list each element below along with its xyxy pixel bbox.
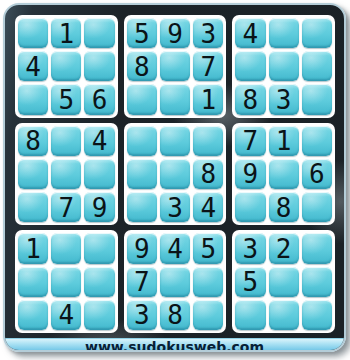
cell-r5c6[interactable]: 8 <box>193 159 223 189</box>
cell-r6c5[interactable]: 3 <box>160 192 190 222</box>
cell-r1c8[interactable] <box>269 18 299 48</box>
cell-r7c9[interactable] <box>302 233 332 263</box>
cell-r7c8[interactable]: 2 <box>269 233 299 263</box>
cell-r6c8[interactable]: 8 <box>269 192 299 222</box>
cell-r3c7[interactable]: 8 <box>235 84 265 114</box>
cell-r4c3[interactable]: 4 <box>84 126 114 156</box>
cell-r5c1[interactable] <box>18 159 48 189</box>
cell-r6c2[interactable]: 7 <box>51 192 81 222</box>
cell-r8c6[interactable] <box>193 267 223 297</box>
cell-r1c4[interactable]: 5 <box>127 18 157 48</box>
cell-r8c9[interactable] <box>302 267 332 297</box>
cell-r9c9[interactable] <box>302 300 332 330</box>
cell-r3c1[interactable] <box>18 84 48 114</box>
cell-r8c7[interactable]: 5 <box>235 267 265 297</box>
cell-r7c5[interactable]: 4 <box>160 233 190 263</box>
cell-r1c1[interactable] <box>18 18 48 48</box>
cell-r7c1[interactable]: 1 <box>18 233 48 263</box>
cell-r4c8[interactable]: 1 <box>269 126 299 156</box>
cell-r4c5[interactable] <box>160 126 190 156</box>
sudoku-board: 145659387148384798347196814945738325 <box>15 15 335 333</box>
cell-r2c7[interactable] <box>235 51 265 81</box>
cell-r6c6[interactable]: 4 <box>193 192 223 222</box>
cell-r7c6[interactable]: 5 <box>193 233 223 263</box>
cell-r1c7[interactable]: 4 <box>235 18 265 48</box>
cell-r5c3[interactable] <box>84 159 114 189</box>
cell-r6c1[interactable] <box>18 192 48 222</box>
cell-r4c6[interactable] <box>193 126 223 156</box>
cell-r1c2[interactable]: 1 <box>51 18 81 48</box>
cell-r2c5[interactable] <box>160 51 190 81</box>
cell-r3c3[interactable]: 6 <box>84 84 114 114</box>
cell-r4c4[interactable] <box>127 126 157 156</box>
sudoku-box-6: 71968 <box>232 123 335 226</box>
cell-r6c7[interactable] <box>235 192 265 222</box>
cell-r1c6[interactable]: 3 <box>193 18 223 48</box>
cell-r4c7[interactable]: 7 <box>235 126 265 156</box>
cell-r6c4[interactable] <box>127 192 157 222</box>
cell-r6c3[interactable]: 9 <box>84 192 114 222</box>
cell-r8c3[interactable] <box>84 267 114 297</box>
cell-r2c2[interactable] <box>51 51 81 81</box>
cell-r7c3[interactable] <box>84 233 114 263</box>
cell-r9c3[interactable] <box>84 300 114 330</box>
cell-r8c4[interactable]: 7 <box>127 267 157 297</box>
sudoku-box-9: 325 <box>232 230 335 333</box>
footer-banner: www.sudokusweb.com <box>5 338 344 352</box>
cell-r9c4[interactable]: 3 <box>127 300 157 330</box>
cell-r6c9[interactable] <box>302 192 332 222</box>
cell-r7c4[interactable]: 9 <box>127 233 157 263</box>
cell-r2c1[interactable]: 4 <box>18 51 48 81</box>
cell-r2c4[interactable]: 8 <box>127 51 157 81</box>
cell-r2c6[interactable]: 7 <box>193 51 223 81</box>
cell-r8c1[interactable] <box>18 267 48 297</box>
cell-r1c9[interactable] <box>302 18 332 48</box>
cell-r4c1[interactable]: 8 <box>18 126 48 156</box>
cell-r9c7[interactable] <box>235 300 265 330</box>
sudoku-box-7: 14 <box>15 230 118 333</box>
cell-r3c5[interactable] <box>160 84 190 114</box>
cell-r8c8[interactable] <box>269 267 299 297</box>
cell-r9c1[interactable] <box>18 300 48 330</box>
cell-r3c9[interactable] <box>302 84 332 114</box>
sudoku-box-8: 945738 <box>124 230 227 333</box>
cell-r1c5[interactable]: 9 <box>160 18 190 48</box>
sudoku-frame: 145659387148384798347196814945738325 www… <box>3 3 346 352</box>
cell-r9c8[interactable] <box>269 300 299 330</box>
cell-r5c5[interactable] <box>160 159 190 189</box>
cell-r7c2[interactable] <box>51 233 81 263</box>
cell-r5c8[interactable] <box>269 159 299 189</box>
cell-r5c7[interactable]: 9 <box>235 159 265 189</box>
cell-r2c9[interactable] <box>302 51 332 81</box>
cell-r4c2[interactable] <box>51 126 81 156</box>
cell-r5c2[interactable] <box>51 159 81 189</box>
sudoku-box-2: 593871 <box>124 15 227 118</box>
cell-r4c9[interactable] <box>302 126 332 156</box>
cell-r5c4[interactable] <box>127 159 157 189</box>
sudoku-box-3: 483 <box>232 15 335 118</box>
sudoku-box-4: 8479 <box>15 123 118 226</box>
cell-r5c9[interactable]: 6 <box>302 159 332 189</box>
cell-r2c3[interactable] <box>84 51 114 81</box>
cell-r9c2[interactable]: 4 <box>51 300 81 330</box>
cell-r3c2[interactable]: 5 <box>51 84 81 114</box>
cell-r1c3[interactable] <box>84 18 114 48</box>
cell-r8c2[interactable] <box>51 267 81 297</box>
cell-r3c8[interactable]: 3 <box>269 84 299 114</box>
sudoku-page: 145659387148384798347196814945738325 www… <box>0 0 350 360</box>
cell-r3c6[interactable]: 1 <box>193 84 223 114</box>
sudoku-box-1: 1456 <box>15 15 118 118</box>
sudoku-box-5: 834 <box>124 123 227 226</box>
cell-r9c6[interactable] <box>193 300 223 330</box>
cell-r8c5[interactable] <box>160 267 190 297</box>
cell-r9c5[interactable]: 8 <box>160 300 190 330</box>
website-link[interactable]: www.sudokusweb.com <box>85 339 264 352</box>
cell-r2c8[interactable] <box>269 51 299 81</box>
cell-r3c4[interactable] <box>127 84 157 114</box>
cell-r7c7[interactable]: 3 <box>235 233 265 263</box>
